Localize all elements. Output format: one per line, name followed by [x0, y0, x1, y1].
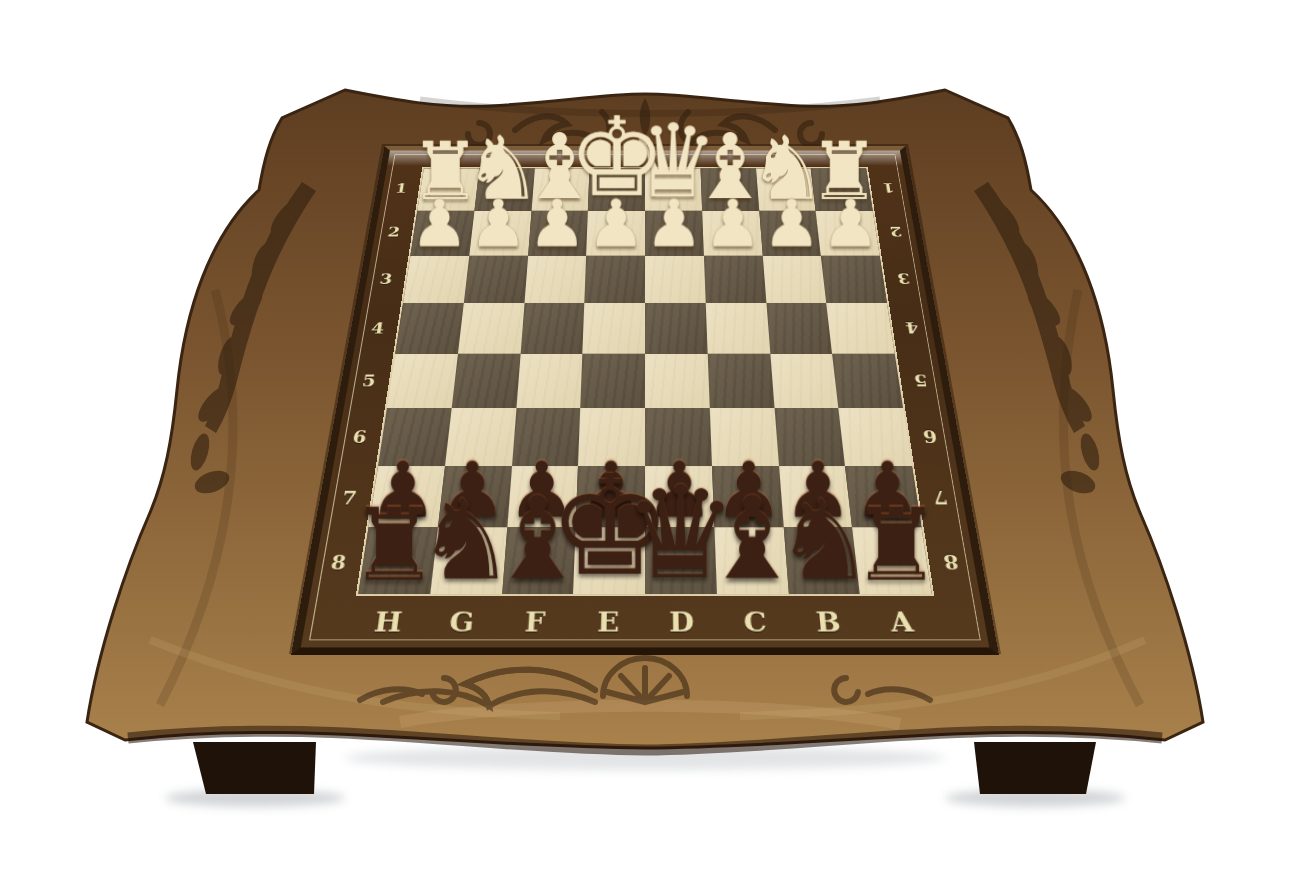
square-g5[interactable] [451, 354, 520, 408]
right-foot [974, 742, 1096, 794]
file-label-G: G [448, 605, 476, 637]
square-d8[interactable]: ♛ [645, 528, 717, 594]
square-b8[interactable]: ♞ [783, 528, 860, 594]
square-a5[interactable] [832, 354, 903, 408]
square-c3[interactable] [704, 255, 766, 303]
white-pawn-b2[interactable]: ♟ [762, 193, 821, 255]
white-pawn-g2[interactable]: ♟ [469, 193, 528, 255]
square-h4[interactable] [395, 303, 463, 354]
rank-label-left-2: 2 [386, 224, 401, 239]
square-f4[interactable] [520, 303, 584, 354]
white-pawn-d2[interactable]: ♟ [645, 193, 704, 255]
square-b3[interactable] [762, 255, 826, 303]
photo-of-carved-chess-set: ♜♞♝♚♛♝♞♜♟♟♟♟♟♟♟♟♟♟♟♟♟♟♟♟♜♞♝♚♛♝♞♜ 1234567… [0, 0, 1290, 888]
square-h5[interactable] [387, 354, 458, 408]
black-queen-d8[interactable]: ♛ [624, 471, 739, 592]
square-f2[interactable]: ♟ [528, 211, 588, 256]
rank-label-left-3: 3 [378, 270, 393, 286]
square-c2[interactable]: ♟ [702, 211, 762, 256]
file-label-A: A [888, 605, 915, 637]
file-label-B: B [815, 605, 843, 637]
square-c4[interactable] [705, 303, 769, 354]
square-h3[interactable] [403, 255, 469, 303]
file-label-D: D [669, 605, 695, 637]
rank-label-left-6: 6 [351, 427, 368, 447]
rank-label-right-8: 8 [942, 551, 961, 574]
square-c5[interactable] [707, 354, 774, 408]
board-3d: ♜♞♝♚♛♝♞♜♟♟♟♟♟♟♟♟♟♟♟♟♟♟♟♟♜♞♝♚♛♝♞♜ 1234567… [291, 146, 999, 655]
square-g3[interactable] [464, 255, 528, 303]
square-e2[interactable]: ♟ [586, 211, 645, 256]
chess-board: ♜♞♝♚♛♝♞♜♟♟♟♟♟♟♟♟♟♟♟♟♟♟♟♟♜♞♝♚♛♝♞♜ 1234567… [291, 146, 999, 655]
white-pawn-e2[interactable]: ♟ [586, 193, 645, 255]
file-label-C: C [743, 605, 768, 637]
rank-label-left-4: 4 [370, 319, 386, 336]
rank-label-right-1: 1 [882, 181, 896, 196]
black-knight-g8[interactable]: ♞ [416, 488, 515, 593]
white-pawn-a2[interactable]: ♟ [821, 193, 880, 255]
rank-label-right-4: 4 [904, 319, 920, 336]
square-h2[interactable]: ♟ [410, 211, 474, 256]
square-b2[interactable]: ♟ [759, 211, 821, 256]
left-foot [193, 742, 316, 794]
rank-label-left-1: 1 [394, 181, 408, 196]
square-e4[interactable] [583, 303, 645, 354]
square-e3[interactable] [585, 255, 645, 303]
square-d2[interactable]: ♟ [645, 211, 704, 256]
square-f3[interactable] [524, 255, 586, 303]
rank-label-right-3: 3 [896, 270, 911, 286]
square-f5[interactable] [516, 354, 583, 408]
square-b5[interactable] [770, 354, 839, 408]
square-a4[interactable] [826, 303, 894, 354]
rank-label-right-6: 6 [922, 427, 939, 447]
square-b4[interactable] [766, 303, 832, 354]
black-knight-b8[interactable]: ♞ [774, 488, 873, 593]
white-pawn-h2[interactable]: ♟ [411, 193, 470, 255]
file-label-E: E [597, 605, 620, 637]
rank-label-left-8: 8 [329, 551, 348, 574]
white-pawn-f2[interactable]: ♟ [528, 193, 587, 255]
board-squares: ♜♞♝♚♛♝♞♜♟♟♟♟♟♟♟♟♟♟♟♟♟♟♟♟♜♞♝♚♛♝♞♜ [356, 167, 935, 596]
rank-label-right-5: 5 [913, 371, 930, 390]
square-a3[interactable] [821, 255, 887, 303]
square-g8[interactable]: ♞ [430, 528, 507, 594]
square-d5[interactable] [645, 354, 710, 408]
white-pawn-c2[interactable]: ♟ [704, 193, 763, 255]
file-labels-bottom: HGFEDCBA [348, 596, 943, 647]
rank-label-left-5: 5 [361, 371, 378, 390]
square-e5[interactable] [580, 354, 645, 408]
square-d4[interactable] [645, 303, 707, 354]
square-d3[interactable] [645, 255, 705, 303]
square-g4[interactable] [458, 303, 524, 354]
square-g2[interactable]: ♟ [469, 211, 531, 256]
square-a2[interactable]: ♟ [816, 211, 880, 256]
file-label-H: H [372, 605, 404, 637]
file-label-F: F [524, 605, 546, 637]
rank-label-right-2: 2 [889, 224, 904, 239]
